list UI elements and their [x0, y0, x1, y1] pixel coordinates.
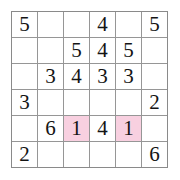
cell-r5c6[interactable]: [142, 116, 167, 141]
cell-r5c2[interactable]: 6: [38, 116, 63, 141]
puzzle-board: 545545343332614126: [11, 11, 168, 168]
puzzle-page: 545545343332614126: [0, 0, 180, 180]
cell-r3c1[interactable]: [12, 64, 37, 89]
cell-r3c2[interactable]: 3: [38, 64, 63, 89]
cell-r3c6[interactable]: [142, 64, 167, 89]
cell-r3c5[interactable]: 3: [116, 64, 141, 89]
cell-r4c5[interactable]: [116, 90, 141, 115]
cell-r1c6[interactable]: 5: [142, 12, 167, 37]
cell-r6c3[interactable]: [64, 142, 89, 167]
cell-r2c6[interactable]: [142, 38, 167, 63]
cell-r4c3[interactable]: [64, 90, 89, 115]
cell-r1c3[interactable]: [64, 12, 89, 37]
cell-r2c2[interactable]: [38, 38, 63, 63]
cell-r4c2[interactable]: [38, 90, 63, 115]
cell-r6c6[interactable]: 6: [142, 142, 167, 167]
cell-r5c4[interactable]: 4: [90, 116, 115, 141]
cell-r4c6[interactable]: 2: [142, 90, 167, 115]
cell-r3c4[interactable]: 3: [90, 64, 115, 89]
cell-r6c5[interactable]: [116, 142, 141, 167]
cell-r2c4[interactable]: 4: [90, 38, 115, 63]
cell-r5c5[interactable]: 1: [116, 116, 141, 141]
cell-r1c5[interactable]: [116, 12, 141, 37]
cell-r6c2[interactable]: [38, 142, 63, 167]
cell-r2c3[interactable]: 5: [64, 38, 89, 63]
cell-r6c4[interactable]: [90, 142, 115, 167]
cell-r1c1[interactable]: 5: [12, 12, 37, 37]
cell-r1c4[interactable]: 4: [90, 12, 115, 37]
cell-r4c1[interactable]: 3: [12, 90, 37, 115]
cell-r6c1[interactable]: 2: [12, 142, 37, 167]
cell-r2c5[interactable]: 5: [116, 38, 141, 63]
cell-r1c2[interactable]: [38, 12, 63, 37]
cell-r2c1[interactable]: [12, 38, 37, 63]
cell-r5c1[interactable]: [12, 116, 37, 141]
cell-r5c3[interactable]: 1: [64, 116, 89, 141]
cell-r4c4[interactable]: [90, 90, 115, 115]
cell-r3c3[interactable]: 4: [64, 64, 89, 89]
